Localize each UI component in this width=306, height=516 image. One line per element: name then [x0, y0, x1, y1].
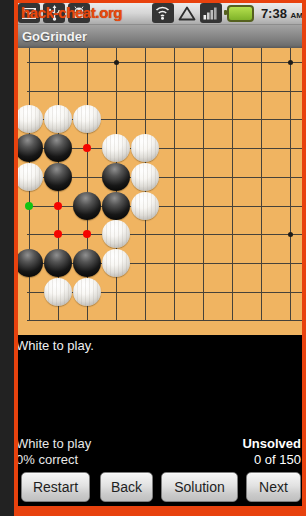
- status-area: White to play Unsolved 0% correct 0 of 1…: [16, 436, 301, 468]
- go-board[interactable]: [14, 48, 306, 335]
- black-stone: [44, 249, 72, 277]
- star-point: [114, 60, 119, 65]
- black-stone: [44, 163, 72, 191]
- red-marker: [83, 230, 91, 238]
- grid-line-horizontal: [27, 91, 306, 92]
- white-stone: [102, 249, 130, 277]
- white-stone: [131, 192, 159, 220]
- signal-strength-icon: [200, 3, 222, 23]
- white-stone: [131, 163, 159, 191]
- grid-line-vertical: [232, 48, 233, 321]
- next-button[interactable]: Next: [246, 472, 301, 502]
- status-solved-state: Unsolved: [242, 436, 301, 452]
- white-stone: [44, 278, 72, 306]
- restart-button[interactable]: Restart: [21, 472, 90, 502]
- solution-button[interactable]: Solution: [161, 472, 238, 502]
- grid-line-horizontal: [27, 320, 306, 321]
- bottom-panel: White to play. White to play Unsolved 0%…: [14, 335, 306, 516]
- grid-line-vertical: [261, 48, 262, 321]
- wifi-icon: [152, 3, 174, 23]
- red-marker: [83, 144, 91, 152]
- red-marker: [54, 202, 62, 210]
- grid-line-vertical: [174, 48, 175, 321]
- grid-line-vertical: [203, 48, 204, 321]
- back-button[interactable]: Back: [100, 472, 153, 502]
- star-point: [288, 60, 293, 65]
- black-stone: [102, 163, 130, 191]
- black-stone: [73, 192, 101, 220]
- white-stone: [44, 105, 72, 133]
- phone-screen: 7:38 AM hack-cheat.org GoGrinder White t…: [14, 0, 306, 516]
- status-bar-right: 7:38 AM: [152, 3, 303, 23]
- status-to-play: White to play: [16, 436, 91, 452]
- red-marker: [54, 230, 62, 238]
- status-problem-count: 0 of 150: [254, 452, 301, 468]
- white-stone: [73, 278, 101, 306]
- grid-line-horizontal: [27, 206, 306, 207]
- battery-icon: [227, 5, 254, 22]
- white-stone: [102, 134, 130, 162]
- black-stone: [15, 249, 43, 277]
- white-stone: [102, 220, 130, 248]
- white-stone: [131, 134, 159, 162]
- watermark-text: hack-cheat.org: [21, 4, 122, 21]
- network-triangle-icon: [177, 3, 197, 23]
- clock: 7:38 AM: [261, 6, 303, 21]
- app-title: GoGrinder: [22, 29, 87, 44]
- white-stone: [15, 163, 43, 191]
- black-stone: [44, 134, 72, 162]
- problem-message: White to play.: [14, 335, 306, 353]
- black-stone: [15, 134, 43, 162]
- black-stone: [102, 192, 130, 220]
- white-stone: [15, 105, 43, 133]
- grid-line-horizontal: [27, 62, 306, 63]
- status-percent-correct: 0% correct: [16, 452, 78, 468]
- black-stone: [73, 249, 101, 277]
- grid-line-horizontal: [27, 234, 306, 235]
- title-bar: GoGrinder: [14, 25, 306, 48]
- star-point: [288, 232, 293, 237]
- green-marker: [25, 202, 33, 210]
- grid-line-vertical: [290, 48, 291, 321]
- white-stone: [73, 105, 101, 133]
